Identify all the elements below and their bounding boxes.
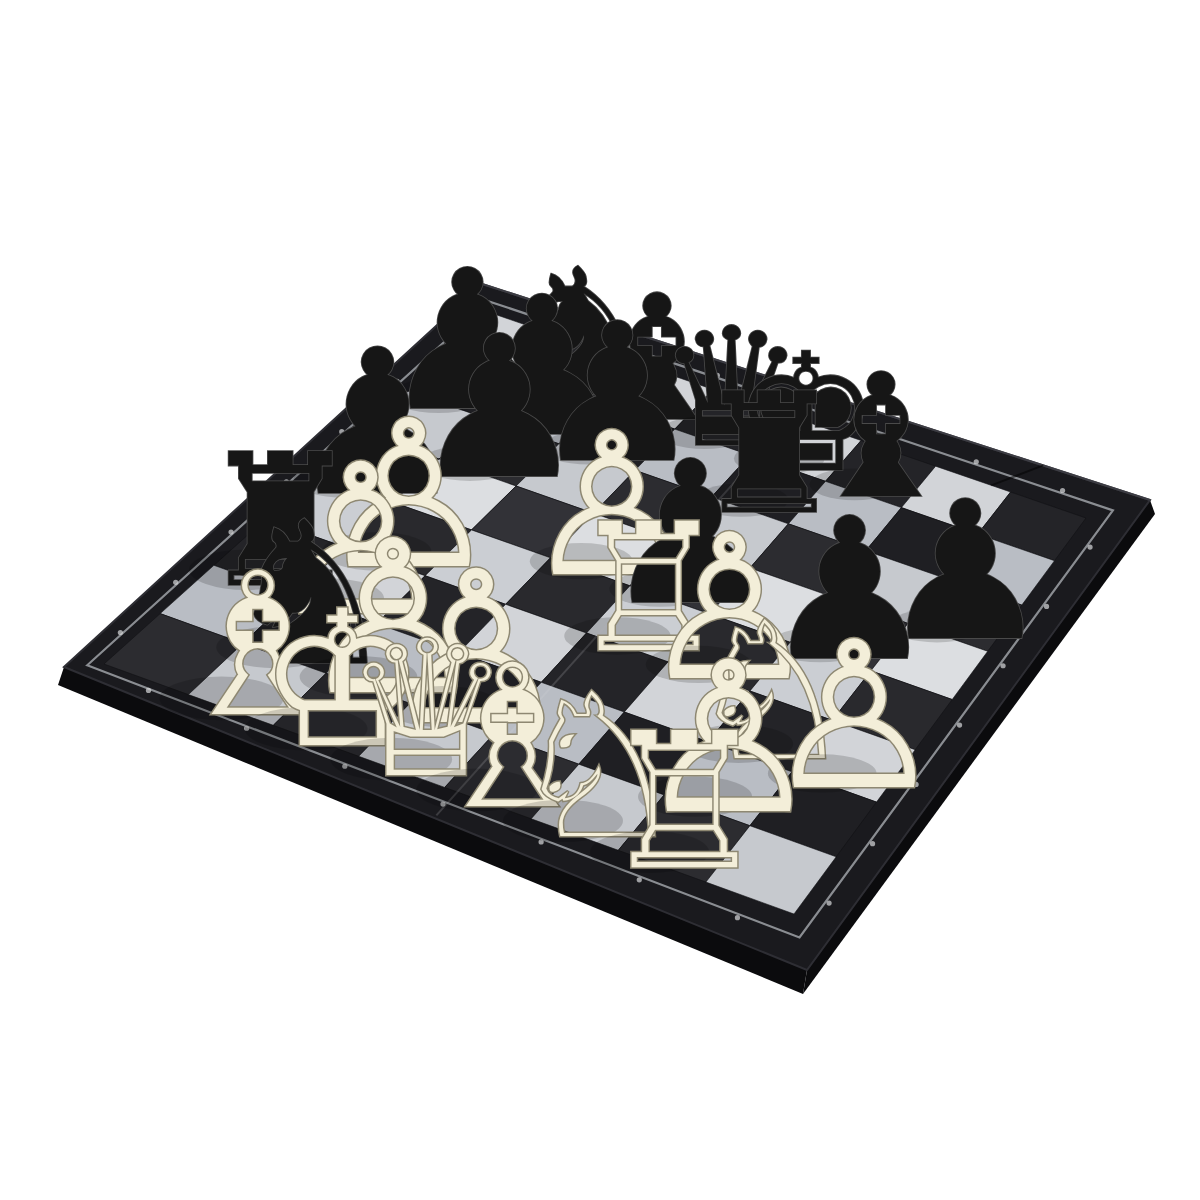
frame-dot-right-3 [957, 722, 962, 727]
piece-white-rook-g1: ♖ [601, 693, 769, 911]
chess-board: ♞♟♝♟♛♟♚♟♟♝♜♙♙♜♟♙♟♖♟♞♙♙♗♙♔♘♕♙♗♙♘♖ [0, 0, 1200, 1200]
frame-dot-bottom-6 [735, 915, 740, 920]
frame-dot-right-6 [1087, 545, 1092, 550]
frame-dot-bottom-0 [146, 688, 151, 693]
product-photo-scene: ♞♟♝♟♛♟♚♟♟♝♜♙♙♜♟♙♟♖♟♞♙♙♗♙♔♘♕♙♗♙♘♖ [0, 0, 1200, 1200]
frame-dot-right-1 [870, 841, 875, 846]
frame-dot-left-0 [118, 630, 123, 635]
frame-dot-right-0 [826, 900, 831, 905]
frame-dot-far-6 [1060, 488, 1065, 493]
